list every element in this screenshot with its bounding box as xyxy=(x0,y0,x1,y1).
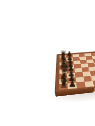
chess-set-photo: Product photo of a folding wooden tourna… xyxy=(40,16,95,126)
square-d3 xyxy=(94,62,95,66)
chess-board: ♜♟♟♜♞♟♟♞♝♟♟♝♛♟♟♛♚♟♟♚♝♟♟♝♞♟♟♞♜♟♟♜ xyxy=(54,50,95,92)
piece-black-rook: ♜ xyxy=(59,51,66,59)
photo-description: Product photo of a folding wooden tourna… xyxy=(40,16,41,17)
square-f8: ♝ xyxy=(59,73,67,79)
hinge-clasp xyxy=(92,91,95,93)
square-c7: ♟ xyxy=(66,61,73,65)
square-h8: ♜ xyxy=(59,83,68,90)
square-h6 xyxy=(76,82,85,88)
square-h7: ♟ xyxy=(67,83,76,90)
square-f7: ♟ xyxy=(67,73,75,78)
square-d6 xyxy=(73,64,81,69)
piece-black-pawn: ♟ xyxy=(66,51,72,58)
board-squares-grid: ♜♟♟♜♞♟♟♞♝♟♟♝♛♟♟♛♚♟♟♚♝♟♟♝♞♟♟♞♜♟♟♜ xyxy=(59,52,95,89)
